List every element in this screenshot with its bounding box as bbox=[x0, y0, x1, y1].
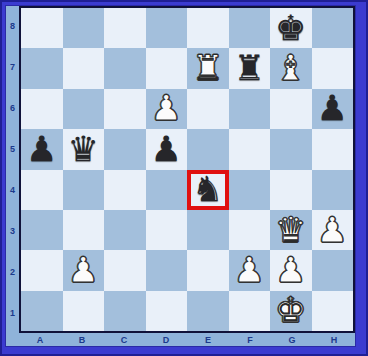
square-g5[interactable] bbox=[270, 129, 312, 169]
file-coordinates: ABCDEFGH bbox=[19, 333, 355, 346]
file-label-b: B bbox=[61, 333, 103, 346]
white-pawn[interactable]: ♟ bbox=[275, 253, 306, 288]
rank-label-7: 7 bbox=[6, 47, 19, 88]
square-c6[interactable] bbox=[104, 89, 146, 129]
black-rook[interactable]: ♜ bbox=[234, 51, 265, 86]
square-g2[interactable]: ♟ bbox=[270, 250, 312, 290]
square-g6[interactable] bbox=[270, 89, 312, 129]
square-e3[interactable] bbox=[187, 210, 229, 250]
white-pawn[interactable]: ♟ bbox=[317, 213, 348, 248]
square-f6[interactable] bbox=[229, 89, 271, 129]
white-pawn[interactable]: ♟ bbox=[151, 91, 182, 126]
white-pawn[interactable]: ♟ bbox=[234, 253, 265, 288]
square-a3[interactable] bbox=[21, 210, 63, 250]
square-g8[interactable]: ♚ bbox=[270, 8, 312, 48]
rank-label-3: 3 bbox=[6, 210, 19, 251]
black-pawn[interactable]: ♟ bbox=[317, 91, 348, 126]
square-b6[interactable] bbox=[63, 89, 105, 129]
square-h7[interactable] bbox=[312, 48, 354, 88]
white-pawn[interactable]: ♟ bbox=[68, 253, 99, 288]
chess-board-frame: 87654321 ♚♜♜♝♟♟♟♛♟♞♛♟♟♟♟♚ ABCDEFGH bbox=[0, 0, 368, 356]
square-c4[interactable] bbox=[104, 170, 146, 210]
rank-label-5: 5 bbox=[6, 129, 19, 170]
black-queen[interactable]: ♛ bbox=[68, 132, 99, 167]
square-c3[interactable] bbox=[104, 210, 146, 250]
square-c8[interactable] bbox=[104, 8, 146, 48]
square-d1[interactable] bbox=[146, 291, 188, 331]
file-label-a: A bbox=[19, 333, 61, 346]
rank-label-8: 8 bbox=[6, 6, 19, 47]
square-f2[interactable]: ♟ bbox=[229, 250, 271, 290]
square-d4[interactable] bbox=[146, 170, 188, 210]
file-label-c: C bbox=[103, 333, 145, 346]
black-king[interactable]: ♚ bbox=[275, 11, 306, 46]
rank-coordinates: 87654321 bbox=[6, 6, 19, 333]
square-g3[interactable]: ♛ bbox=[270, 210, 312, 250]
square-f4[interactable] bbox=[229, 170, 271, 210]
black-pawn[interactable]: ♟ bbox=[151, 132, 182, 167]
square-f8[interactable] bbox=[229, 8, 271, 48]
file-label-d: D bbox=[145, 333, 187, 346]
square-e5[interactable] bbox=[187, 129, 229, 169]
square-b1[interactable] bbox=[63, 291, 105, 331]
square-d7[interactable] bbox=[146, 48, 188, 88]
square-a5[interactable]: ♟ bbox=[21, 129, 63, 169]
square-c5[interactable] bbox=[104, 129, 146, 169]
square-b5[interactable]: ♛ bbox=[63, 129, 105, 169]
square-e6[interactable] bbox=[187, 89, 229, 129]
rank-label-4: 4 bbox=[6, 170, 19, 211]
rank-label-6: 6 bbox=[6, 88, 19, 129]
square-d2[interactable] bbox=[146, 250, 188, 290]
square-f3[interactable] bbox=[229, 210, 271, 250]
square-h6[interactable]: ♟ bbox=[312, 89, 354, 129]
square-e7[interactable]: ♜ bbox=[187, 48, 229, 88]
rank-label-2: 2 bbox=[6, 251, 19, 292]
square-h3[interactable]: ♟ bbox=[312, 210, 354, 250]
square-a8[interactable] bbox=[21, 8, 63, 48]
square-b8[interactable] bbox=[63, 8, 105, 48]
square-h1[interactable] bbox=[312, 291, 354, 331]
file-label-f: F bbox=[229, 333, 271, 346]
square-c2[interactable] bbox=[104, 250, 146, 290]
chess-board: ♚♜♜♝♟♟♟♛♟♞♛♟♟♟♟♚ bbox=[19, 6, 355, 333]
square-c1[interactable] bbox=[104, 291, 146, 331]
square-b4[interactable] bbox=[63, 170, 105, 210]
square-f1[interactable] bbox=[229, 291, 271, 331]
square-h2[interactable] bbox=[312, 250, 354, 290]
square-b2[interactable]: ♟ bbox=[63, 250, 105, 290]
square-e4[interactable]: ♞ bbox=[187, 170, 229, 210]
square-g7[interactable]: ♝ bbox=[270, 48, 312, 88]
square-f5[interactable] bbox=[229, 129, 271, 169]
file-label-g: G bbox=[271, 333, 313, 346]
square-b7[interactable] bbox=[63, 48, 105, 88]
rank-label-1: 1 bbox=[6, 292, 19, 333]
square-d8[interactable] bbox=[146, 8, 188, 48]
square-a4[interactable] bbox=[21, 170, 63, 210]
square-a6[interactable] bbox=[21, 89, 63, 129]
square-d5[interactable]: ♟ bbox=[146, 129, 188, 169]
black-pawn[interactable]: ♟ bbox=[26, 132, 57, 167]
square-g1[interactable]: ♚ bbox=[270, 291, 312, 331]
black-knight[interactable]: ♞ bbox=[192, 172, 223, 207]
file-label-h: H bbox=[313, 333, 355, 346]
square-g4[interactable] bbox=[270, 170, 312, 210]
square-e2[interactable] bbox=[187, 250, 229, 290]
white-king[interactable]: ♚ bbox=[275, 293, 306, 328]
square-a1[interactable] bbox=[21, 291, 63, 331]
square-h4[interactable] bbox=[312, 170, 354, 210]
white-queen[interactable]: ♛ bbox=[275, 213, 306, 248]
square-a2[interactable] bbox=[21, 250, 63, 290]
square-e8[interactable] bbox=[187, 8, 229, 48]
square-a7[interactable] bbox=[21, 48, 63, 88]
square-d6[interactable]: ♟ bbox=[146, 89, 188, 129]
white-bishop[interactable]: ♝ bbox=[275, 51, 306, 86]
square-h5[interactable] bbox=[312, 129, 354, 169]
file-label-e: E bbox=[187, 333, 229, 346]
square-c7[interactable] bbox=[104, 48, 146, 88]
square-d3[interactable] bbox=[146, 210, 188, 250]
square-b3[interactable] bbox=[63, 210, 105, 250]
square-h8[interactable] bbox=[312, 8, 354, 48]
white-rook[interactable]: ♜ bbox=[192, 51, 223, 86]
square-e1[interactable] bbox=[187, 291, 229, 331]
square-f7[interactable]: ♜ bbox=[229, 48, 271, 88]
board-area: 87654321 ♚♜♜♝♟♟♟♛♟♞♛♟♟♟♟♚ ABCDEFGH bbox=[6, 6, 355, 346]
